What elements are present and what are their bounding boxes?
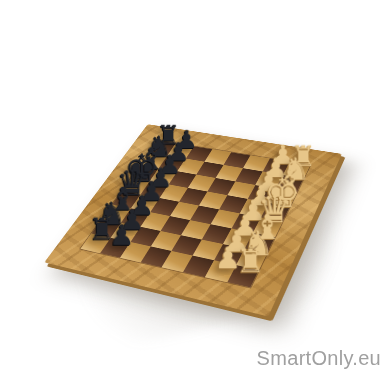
perspective-container: ♜♞♝♛♚♝♞♜♟♟♟♟♟♟♟♟♟♟♟♟♟♟♟♟♜♞♝♛♚♝♞♜ xyxy=(67,74,331,338)
board-orientation-wrapper: ♜♞♝♛♚♝♞♜♟♟♟♟♟♟♟♟♟♟♟♟♟♟♟♟♜♞♝♛♚♝♞♜ xyxy=(67,74,331,338)
square-d5 xyxy=(170,202,199,220)
watermark: SmartOnly.eu xyxy=(257,347,381,370)
product-photo: ♜♞♝♛♚♝♞♜♟♟♟♟♟♟♟♟♟♟♟♟♟♟♟♟♜♞♝♛♚♝♞♜ SmartOn… xyxy=(0,0,388,388)
piece-black-rook-h8: ♜ xyxy=(146,122,192,148)
board-field: ♜♞♝♛♚♝♞♜♟♟♟♟♟♟♟♟♟♟♟♟♟♟♟♟♜♞♝♛♚♝♞♜ xyxy=(81,140,311,287)
square-g1: ♞ xyxy=(276,175,304,192)
